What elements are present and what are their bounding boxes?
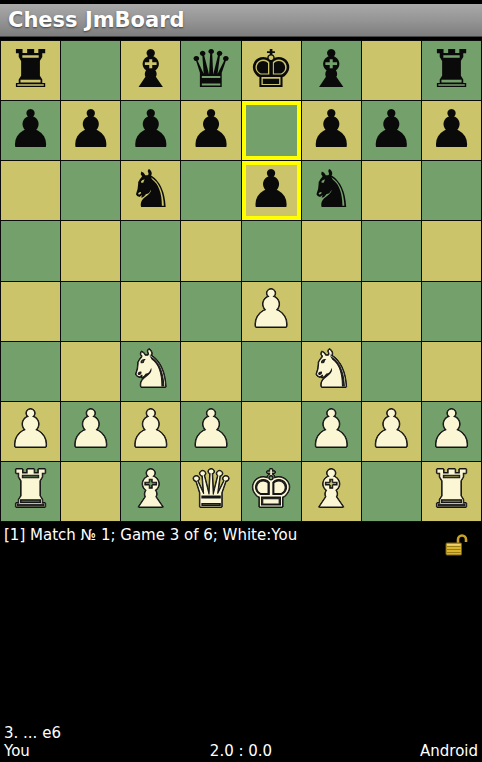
piece-black-bishop: ♝ — [128, 43, 175, 95]
square-g2[interactable]: ♟ — [362, 402, 421, 461]
square-b7[interactable]: ♟ — [61, 101, 120, 160]
piece-black-knight: ♞ — [128, 163, 175, 215]
piece-black-pawn: ♟ — [128, 103, 175, 155]
square-c3[interactable]: ♞ — [121, 342, 180, 401]
square-d2[interactable]: ♟ — [181, 402, 240, 461]
square-h8[interactable]: ♜ — [422, 41, 481, 100]
square-b5[interactable] — [61, 221, 120, 280]
square-h7[interactable]: ♟ — [422, 101, 481, 160]
square-g6[interactable] — [362, 161, 421, 220]
unlocked-padlock-icon[interactable] — [445, 532, 468, 562]
chess-app-window: Chess JmBoard ♜♝♛♚♝♜♟♟♟♟♟♟♟♞♟♞♟♞♞♟♟♟♟♟♟♟… — [0, 0, 482, 762]
piece-white-pawn: ♟ — [428, 403, 475, 455]
piece-white-pawn: ♟ — [248, 283, 295, 335]
piece-white-rook: ♜ — [428, 463, 475, 515]
square-d8[interactable]: ♛ — [181, 41, 240, 100]
square-b4[interactable] — [61, 282, 120, 341]
square-f1[interactable]: ♝ — [302, 462, 361, 521]
square-h3[interactable] — [422, 342, 481, 401]
piece-black-pawn: ♟ — [7, 103, 54, 155]
square-h6[interactable] — [422, 161, 481, 220]
square-f4[interactable] — [302, 282, 361, 341]
square-h1[interactable]: ♜ — [422, 462, 481, 521]
piece-white-pawn: ♟ — [368, 403, 415, 455]
square-d1[interactable]: ♛ — [181, 462, 240, 521]
square-g4[interactable] — [362, 282, 421, 341]
square-g8[interactable] — [362, 41, 421, 100]
status-row: You 2.0 : 0.0 Android — [4, 743, 478, 760]
piece-black-pawn: ♟ — [308, 103, 355, 155]
piece-white-pawn: ♟ — [308, 403, 355, 455]
square-b6[interactable] — [61, 161, 120, 220]
square-g5[interactable] — [362, 221, 421, 280]
square-b8[interactable] — [61, 41, 120, 100]
square-h5[interactable] — [422, 221, 481, 280]
square-a3[interactable] — [1, 342, 60, 401]
square-c5[interactable] — [121, 221, 180, 280]
square-d3[interactable] — [181, 342, 240, 401]
square-a4[interactable] — [1, 282, 60, 341]
square-a7[interactable]: ♟ — [1, 101, 60, 160]
square-e8[interactable]: ♚ — [242, 41, 301, 100]
piece-white-rook: ♜ — [7, 463, 54, 515]
square-g3[interactable] — [362, 342, 421, 401]
square-e7[interactable] — [242, 101, 301, 160]
square-e5[interactable] — [242, 221, 301, 280]
square-h2[interactable]: ♟ — [422, 402, 481, 461]
piece-black-bishop: ♝ — [308, 43, 355, 95]
square-a6[interactable] — [1, 161, 60, 220]
square-d6[interactable] — [181, 161, 240, 220]
square-f7[interactable]: ♟ — [302, 101, 361, 160]
square-e4[interactable]: ♟ — [242, 282, 301, 341]
piece-black-rook: ♜ — [7, 43, 54, 95]
square-c7[interactable]: ♟ — [121, 101, 180, 160]
square-b1[interactable] — [61, 462, 120, 521]
piece-white-pawn: ♟ — [7, 403, 54, 455]
square-e2[interactable] — [242, 402, 301, 461]
player-white-label: You — [4, 743, 162, 760]
square-c8[interactable]: ♝ — [121, 41, 180, 100]
square-f8[interactable]: ♝ — [302, 41, 361, 100]
match-info: [1] Match № 1; Game 3 of 6; White:You — [4, 526, 478, 544]
piece-white-knight: ♞ — [308, 343, 355, 395]
square-a1[interactable]: ♜ — [1, 462, 60, 521]
piece-white-pawn: ♟ — [67, 403, 114, 455]
piece-black-pawn: ♟ — [248, 163, 295, 215]
piece-black-pawn: ♟ — [67, 103, 114, 155]
square-a5[interactable] — [1, 221, 60, 280]
piece-black-knight: ♞ — [308, 163, 355, 215]
piece-black-pawn: ♟ — [188, 103, 235, 155]
info-bottom: 3. ... e6 You 2.0 : 0.0 Android — [4, 724, 478, 760]
player-black-label: Android — [320, 743, 478, 760]
square-c2[interactable]: ♟ — [121, 402, 180, 461]
piece-black-pawn: ♟ — [428, 103, 475, 155]
last-move-text: 3. ... e6 — [4, 724, 478, 742]
piece-white-bishop: ♝ — [128, 463, 175, 515]
square-g1[interactable] — [362, 462, 421, 521]
square-g7[interactable]: ♟ — [362, 101, 421, 160]
square-e3[interactable] — [242, 342, 301, 401]
square-f2[interactable]: ♟ — [302, 402, 361, 461]
square-c6[interactable]: ♞ — [121, 161, 180, 220]
square-a8[interactable]: ♜ — [1, 41, 60, 100]
square-d7[interactable]: ♟ — [181, 101, 240, 160]
square-c4[interactable] — [121, 282, 180, 341]
piece-black-king: ♚ — [248, 43, 295, 95]
square-h4[interactable] — [422, 282, 481, 341]
piece-black-pawn: ♟ — [368, 103, 415, 155]
square-a2[interactable]: ♟ — [1, 402, 60, 461]
square-f6[interactable]: ♞ — [302, 161, 361, 220]
piece-white-pawn: ♟ — [188, 403, 235, 455]
piece-white-king: ♚ — [248, 463, 295, 515]
info-panel: [1] Match № 1; Game 3 of 6; White:You 3.… — [0, 522, 482, 762]
piece-white-queen: ♛ — [188, 463, 235, 515]
match-score: 2.0 : 0.0 — [162, 743, 320, 760]
square-f3[interactable]: ♞ — [302, 342, 361, 401]
square-d5[interactable] — [181, 221, 240, 280]
square-e1[interactable]: ♚ — [242, 462, 301, 521]
piece-black-queen: ♛ — [188, 43, 235, 95]
app-title: Chess JmBoard — [8, 8, 185, 32]
piece-white-knight: ♞ — [128, 343, 175, 395]
square-d4[interactable] — [181, 282, 240, 341]
piece-white-pawn: ♟ — [128, 403, 175, 455]
square-c1[interactable]: ♝ — [121, 462, 180, 521]
titlebar: Chess JmBoard — [0, 4, 482, 37]
chess-board: ♜♝♛♚♝♜♟♟♟♟♟♟♟♞♟♞♟♞♞♟♟♟♟♟♟♟♜♝♛♚♝♜ — [0, 40, 482, 522]
square-f5[interactable] — [302, 221, 361, 280]
square-e6[interactable]: ♟ — [242, 161, 301, 220]
piece-white-bishop: ♝ — [308, 463, 355, 515]
square-b3[interactable] — [61, 342, 120, 401]
square-b2[interactable]: ♟ — [61, 402, 120, 461]
piece-black-rook: ♜ — [428, 43, 475, 95]
